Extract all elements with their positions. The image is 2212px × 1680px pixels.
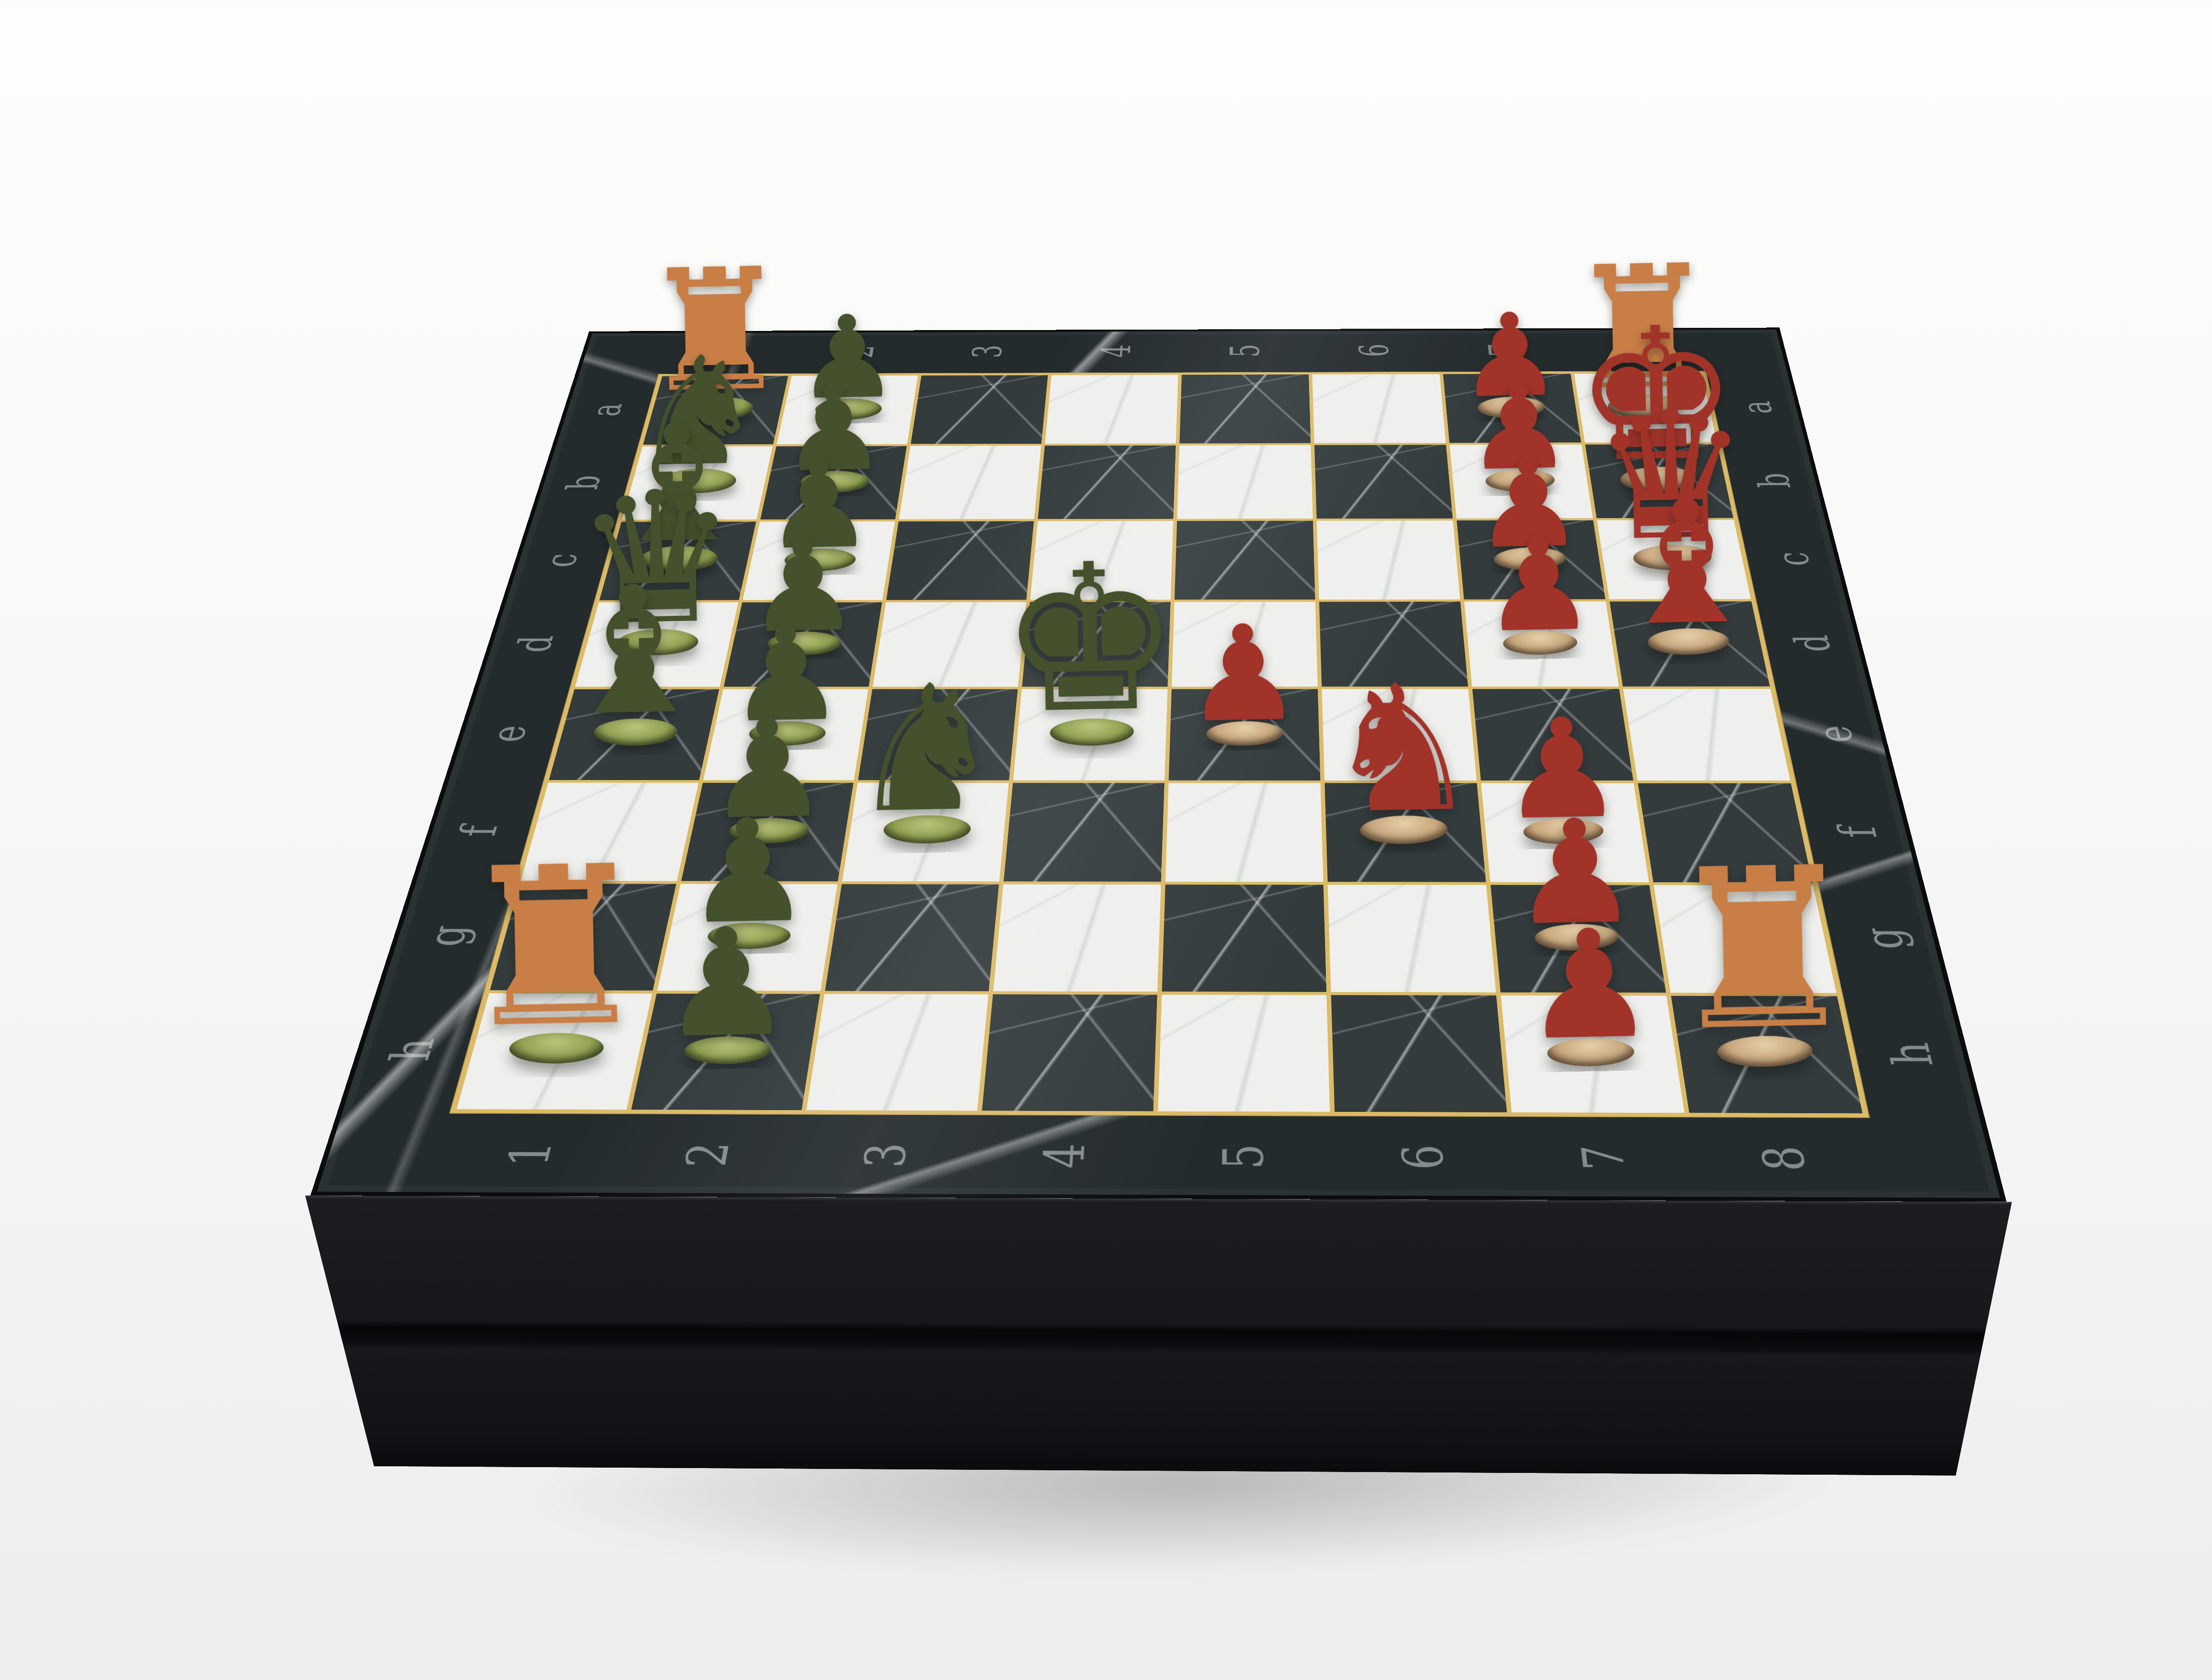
pawn-glyph: ♟ (659, 914, 794, 1053)
bishop-glyph: ♝ (1609, 484, 1764, 643)
knight-glyph: ♞ (846, 668, 1005, 831)
red-knight-figure: ♞ (1322, 667, 1482, 845)
bishop-glyph: ♝ (554, 569, 714, 734)
red-pawn-figure: ♟ (1521, 915, 1658, 1068)
chess-board-box: 11aa22bb33cc44dd55ee66ff77gg88hh ♜♞♝♛♝♜♚… (311, 327, 2007, 1202)
king-glyph: ♚ (997, 544, 1183, 734)
red-pawn-figure: ♟ (1481, 526, 1597, 656)
pawn-glyph: ♟ (1521, 915, 1657, 1055)
green-rook-figure: ♜ (455, 846, 654, 1065)
box-front-face (305, 1196, 2012, 1476)
green-king-figure: ♚ (997, 544, 1183, 747)
board-top-face: 11aa22bb33cc44dd55ee66ff77gg88hh ♜♞♝♛♝♜♚… (311, 327, 2007, 1202)
rook-glyph: ♜ (1662, 847, 1863, 1053)
red-pawn-figure: ♟ (1183, 612, 1304, 746)
red-bishop-figure: ♝ (1609, 484, 1765, 656)
green-knight-figure: ♞ (846, 668, 1005, 845)
pawn-glyph: ♟ (1481, 526, 1597, 645)
green-bishop-figure: ♝ (554, 569, 714, 747)
red-rook-figure: ♜ (1662, 847, 1863, 1069)
pawn-glyph: ♟ (1183, 612, 1304, 736)
green-pawn-figure: ♟ (659, 914, 795, 1065)
rook-glyph: ♜ (455, 846, 654, 1050)
knight-glyph: ♞ (1322, 667, 1482, 831)
photo-scene: 11aa22bb33cc44dd55ee66ff77gg88hh ♜♞♝♛♝♜♚… (0, 0, 2212, 1680)
